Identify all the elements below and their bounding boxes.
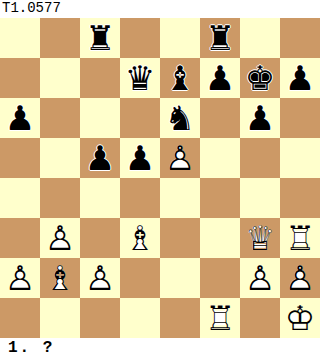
piece-glyph-outline: ♙: [0, 258, 40, 298]
white-pawn[interactable]: ♟♙: [240, 258, 280, 298]
black-pawn[interactable]: ♟: [200, 58, 240, 98]
piece-glyph-outline: ♙: [80, 258, 120, 298]
square-g7[interactable]: ♚: [240, 58, 280, 98]
black-pawn[interactable]: ♟: [0, 98, 40, 138]
piece-glyph-outline: ♖: [200, 298, 240, 338]
square-f4[interactable]: [200, 178, 240, 218]
square-a2[interactable]: ♟♙: [0, 258, 40, 298]
square-d4[interactable]: [120, 178, 160, 218]
square-d6[interactable]: [120, 98, 160, 138]
puzzle-id-label: T1.0577: [0, 0, 320, 18]
square-g3[interactable]: ♛♕: [240, 218, 280, 258]
square-c4[interactable]: [80, 178, 120, 218]
black-pawn[interactable]: ♟: [280, 58, 320, 98]
square-e3[interactable]: [160, 218, 200, 258]
square-b3[interactable]: ♟♙: [40, 218, 80, 258]
square-g1[interactable]: [240, 298, 280, 338]
black-knight[interactable]: ♞: [160, 98, 200, 138]
chess-board: ♜♜♛♝♟♚♟♟♞♟♟♟♟♙♟♙♝♗♛♕♜♖♟♙♝♗♟♙♟♙♟♙♜♖♚♔: [0, 18, 320, 338]
square-g4[interactable]: [240, 178, 280, 218]
square-d3[interactable]: ♝♗: [120, 218, 160, 258]
square-h2[interactable]: ♟♙: [280, 258, 320, 298]
square-a4[interactable]: [0, 178, 40, 218]
white-rook[interactable]: ♜♖: [200, 298, 240, 338]
move-prompt: 1. ?: [0, 338, 320, 360]
square-f5[interactable]: [200, 138, 240, 178]
piece-glyph-outline: ♗: [40, 258, 80, 298]
square-e5[interactable]: ♟♙: [160, 138, 200, 178]
square-a1[interactable]: [0, 298, 40, 338]
square-c7[interactable]: [80, 58, 120, 98]
white-pawn[interactable]: ♟♙: [80, 258, 120, 298]
square-c3[interactable]: [80, 218, 120, 258]
square-h5[interactable]: [280, 138, 320, 178]
piece-glyph-outline: ♗: [120, 218, 160, 258]
square-g8[interactable]: [240, 18, 280, 58]
square-a6[interactable]: ♟: [0, 98, 40, 138]
square-h1[interactable]: ♚♔: [280, 298, 320, 338]
square-b5[interactable]: [40, 138, 80, 178]
square-f2[interactable]: [200, 258, 240, 298]
piece-glyph-outline: ♔: [280, 298, 320, 338]
square-h8[interactable]: [280, 18, 320, 58]
square-f3[interactable]: [200, 218, 240, 258]
chess-puzzle-app: T1.0577 ♜♜♛♝♟♚♟♟♞♟♟♟♟♙♟♙♝♗♛♕♜♖♟♙♝♗♟♙♟♙♟♙…: [0, 0, 320, 360]
square-c6[interactable]: [80, 98, 120, 138]
black-king[interactable]: ♚: [240, 58, 280, 98]
black-pawn[interactable]: ♟: [80, 138, 120, 178]
square-c5[interactable]: ♟: [80, 138, 120, 178]
white-king[interactable]: ♚♔: [280, 298, 320, 338]
square-d8[interactable]: [120, 18, 160, 58]
square-g5[interactable]: [240, 138, 280, 178]
square-b2[interactable]: ♝♗: [40, 258, 80, 298]
piece-glyph-outline: ♙: [40, 218, 80, 258]
white-pawn[interactable]: ♟♙: [160, 138, 200, 178]
black-rook[interactable]: ♜: [200, 18, 240, 58]
black-rook[interactable]: ♜: [80, 18, 120, 58]
square-h7[interactable]: ♟: [280, 58, 320, 98]
square-g2[interactable]: ♟♙: [240, 258, 280, 298]
square-a8[interactable]: [0, 18, 40, 58]
square-d2[interactable]: [120, 258, 160, 298]
square-e8[interactable]: [160, 18, 200, 58]
square-d1[interactable]: [120, 298, 160, 338]
square-h3[interactable]: ♜♖: [280, 218, 320, 258]
black-queen[interactable]: ♛: [120, 58, 160, 98]
square-e6[interactable]: ♞: [160, 98, 200, 138]
square-e7[interactable]: ♝: [160, 58, 200, 98]
square-b7[interactable]: [40, 58, 80, 98]
square-a5[interactable]: [0, 138, 40, 178]
square-d7[interactable]: ♛: [120, 58, 160, 98]
piece-glyph-outline: ♙: [160, 138, 200, 178]
black-pawn[interactable]: ♟: [120, 138, 160, 178]
white-bishop[interactable]: ♝♗: [40, 258, 80, 298]
white-queen[interactable]: ♛♕: [240, 218, 280, 258]
square-g6[interactable]: ♟: [240, 98, 280, 138]
square-f7[interactable]: ♟: [200, 58, 240, 98]
square-f1[interactable]: ♜♖: [200, 298, 240, 338]
square-c1[interactable]: [80, 298, 120, 338]
square-e2[interactable]: [160, 258, 200, 298]
square-b8[interactable]: [40, 18, 80, 58]
piece-glyph-outline: ♙: [280, 258, 320, 298]
square-b1[interactable]: [40, 298, 80, 338]
square-e4[interactable]: [160, 178, 200, 218]
white-pawn[interactable]: ♟♙: [40, 218, 80, 258]
square-f6[interactable]: [200, 98, 240, 138]
white-bishop[interactable]: ♝♗: [120, 218, 160, 258]
square-b6[interactable]: [40, 98, 80, 138]
square-h6[interactable]: [280, 98, 320, 138]
white-pawn[interactable]: ♟♙: [0, 258, 40, 298]
square-c2[interactable]: ♟♙: [80, 258, 120, 298]
black-pawn[interactable]: ♟: [240, 98, 280, 138]
square-f8[interactable]: ♜: [200, 18, 240, 58]
square-d5[interactable]: ♟: [120, 138, 160, 178]
square-h4[interactable]: [280, 178, 320, 218]
black-bishop[interactable]: ♝: [160, 58, 200, 98]
piece-glyph-outline: ♖: [280, 218, 320, 258]
white-pawn[interactable]: ♟♙: [280, 258, 320, 298]
square-e1[interactable]: [160, 298, 200, 338]
white-rook[interactable]: ♜♖: [280, 218, 320, 258]
piece-glyph-outline: ♙: [240, 258, 280, 298]
piece-glyph-outline: ♕: [240, 218, 280, 258]
square-c8[interactable]: ♜: [80, 18, 120, 58]
square-b4[interactable]: [40, 178, 80, 218]
square-a3[interactable]: [0, 218, 40, 258]
square-a7[interactable]: [0, 58, 40, 98]
